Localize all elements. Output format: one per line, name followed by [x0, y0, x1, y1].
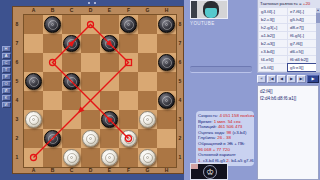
move-cell-1-b[interactable]: e7-f6[-] — [288, 8, 316, 15]
move-cell-2-w[interactable]: b2-c3[] — [259, 16, 287, 23]
move-cell-3-b[interactable]: d8-e7[] — [288, 24, 316, 31]
dock-letter-buttons: НАСТРОЙКИ — [1, 46, 11, 109]
difference-value: +20 — [303, 1, 310, 6]
black-man-e7[interactable] — [101, 35, 118, 52]
move-cell-5-b[interactable]: g7-f6[] — [288, 40, 316, 47]
engine-text: 96 068 + 77 720 — [198, 147, 230, 152]
file-label-bottom-E: E — [105, 168, 115, 173]
move-list-panel: Тактовая разность = +20 g3-f4[-]e7-f6[-]… — [257, 0, 320, 73]
engine-text: Обращений в ЭБ + ПБ: — [198, 141, 245, 146]
dock-button-Р[interactable]: Р — [2, 74, 11, 80]
square-h2[interactable] — [157, 129, 176, 148]
square-a7[interactable] — [24, 34, 43, 53]
square-d3[interactable] — [81, 110, 100, 129]
left-dock-toolbar: НАСТРОЙКИ — [0, 0, 12, 180]
move-cell-7-w[interactable]: f4-e5[] — [259, 56, 287, 63]
engine-text: c3-b4 f6-g5 — [203, 158, 226, 163]
rank-label-left-1: 1 — [12, 155, 22, 160]
dock-button-К[interactable]: К — [2, 95, 11, 101]
square-e4[interactable] — [100, 91, 119, 110]
nav-button-3[interactable]: ▶ — [287, 75, 296, 83]
square-f5[interactable] — [119, 72, 138, 91]
square-b7[interactable] — [43, 34, 62, 53]
black-man-a5[interactable] — [25, 73, 42, 90]
file-label-bottom-G: G — [143, 168, 153, 173]
rank-label-left-5: 5 — [12, 79, 22, 84]
file-label-bottom-F: F — [124, 168, 134, 173]
nav-button-4[interactable]: ▶| — [297, 75, 306, 83]
move-cell-5-w[interactable]: b2-a3[] — [259, 40, 287, 47]
square-e6[interactable] — [100, 53, 119, 72]
king-crown-icon: ♔ — [203, 165, 217, 179]
scroll-thumb[interactable] — [316, 13, 320, 23]
black-man-c7[interactable] — [63, 35, 80, 52]
square-f7[interactable] — [119, 34, 138, 53]
square-d7[interactable] — [81, 34, 100, 53]
engine-text: Основной вариант — [198, 152, 236, 157]
black-man-b2[interactable] — [44, 130, 61, 147]
move-cell-7-b[interactable]: f6:d4:b2[] — [288, 56, 316, 63]
square-g6[interactable] — [138, 53, 157, 72]
white-man-e1[interactable] — [101, 149, 118, 166]
dock-button-Н[interactable]: Н — [2, 46, 11, 52]
engine-text: Скорость: — [198, 113, 219, 118]
difference-label: Тактовая разность = — [260, 1, 303, 6]
square-c3[interactable] — [62, 110, 81, 129]
square-h3[interactable] — [157, 110, 176, 129]
move-cell-3-w[interactable]: h2-g3[+] — [259, 24, 287, 31]
title-dot-icon — [94, 2, 96, 4]
rank-label-left-2: 2 — [12, 136, 22, 141]
square-b3[interactable] — [43, 110, 62, 129]
file-label-bottom-D: D — [86, 168, 96, 173]
black-man-h6[interactable] — [158, 54, 175, 71]
square-g2[interactable] — [138, 129, 157, 148]
square-h7[interactable] — [157, 34, 176, 53]
square-b1[interactable] — [43, 148, 62, 167]
white-man-c1[interactable] — [63, 149, 80, 166]
dock-button-А[interactable]: А — [2, 53, 11, 59]
rank-label-right-6: 6 — [175, 60, 185, 65]
nav-button-1[interactable]: |◀ — [267, 75, 276, 83]
file-label-bottom-A: A — [29, 168, 39, 173]
move-cell-4-b[interactable]: f6-g5[-] — [288, 32, 316, 39]
square-f6[interactable] — [119, 53, 138, 72]
black-man-h8[interactable] — [158, 16, 175, 33]
file-label-top-D: D — [86, 8, 96, 13]
avatar-face-mask — [205, 8, 217, 18]
title-dot-icon — [88, 2, 90, 4]
dock-button-С[interactable]: С — [2, 60, 11, 66]
square-c2[interactable] — [62, 129, 81, 148]
square-d5[interactable] — [81, 72, 100, 91]
white-man-f2[interactable] — [120, 130, 137, 147]
engine-text: (c3-b4) — [232, 130, 246, 135]
square-a2[interactable] — [24, 129, 43, 148]
square-e5[interactable] — [100, 72, 119, 91]
move-cell-6-b[interactable]: d6-c5[] — [288, 48, 316, 55]
square-a8[interactable] — [24, 15, 43, 34]
square-d1[interactable] — [81, 148, 100, 167]
file-label-top-B: B — [48, 8, 58, 13]
nav-button-0[interactable]: « — [257, 75, 266, 83]
dock-button-Й[interactable]: Й — [2, 88, 11, 94]
scroll-up-icon[interactable]: ▲ — [316, 8, 320, 12]
move-cell-8-w[interactable]: e5-f4[] — [259, 64, 287, 71]
move-cell-6-w[interactable]: c3-b4[] — [259, 48, 287, 55]
square-e8[interactable] — [100, 15, 119, 34]
square-a1[interactable] — [24, 148, 43, 167]
white-man-g3[interactable] — [139, 111, 156, 128]
engine-text: Оценка хода: — [198, 130, 226, 135]
rank-label-right-8: 8 — [175, 22, 185, 27]
capture-variation-2[interactable]: f2:d4:b6:d8:f6:a1[] — [258, 94, 318, 102]
square-d4[interactable] — [81, 91, 100, 110]
top-player-avatar — [190, 0, 228, 19]
move-cell-4-w[interactable]: a1-b2[] — [259, 32, 287, 39]
file-label-bottom-H: H — [162, 168, 172, 173]
black-man-e3[interactable] — [101, 111, 118, 128]
square-d6[interactable] — [81, 53, 100, 72]
square-h1[interactable] — [157, 148, 176, 167]
dock-button-Т[interactable]: Т — [2, 67, 11, 73]
square-c6[interactable] — [62, 53, 81, 72]
move-cell-2-b[interactable]: g5-h4[] — [288, 16, 316, 23]
engine-text: Глубина: — [198, 135, 217, 140]
rank-label-left-3: 3 — [12, 117, 22, 122]
square-f3[interactable] — [119, 110, 138, 129]
move-cell-8-b[interactable]: g5:e3[] — [288, 64, 316, 71]
black-man-f8[interactable] — [120, 16, 137, 33]
avatar-corner — [191, 164, 198, 169]
black-man-b8[interactable] — [44, 16, 61, 33]
rank-label-right-7: 7 — [175, 41, 185, 46]
square-f1[interactable] — [119, 148, 138, 167]
engine-analysis-panel: Скорость: 4 051 158 поз/секВремя: 1 мин.… — [196, 111, 254, 166]
engine-text: 4 051 158 поз/сек — [219, 113, 254, 118]
avatar-background — [191, 1, 197, 19]
white-man-g1[interactable] — [139, 149, 156, 166]
file-label-top-A: A — [29, 8, 39, 13]
rank-label-left-7: 7 — [12, 41, 22, 46]
dock-button-И[interactable]: И — [2, 102, 11, 108]
square-g5[interactable] — [138, 72, 157, 91]
rank-label-right-5: 5 — [175, 79, 185, 84]
nav-buttons: «|◀◀▶▶|▶ — [257, 75, 319, 83]
engine-text: Время: — [198, 119, 214, 124]
file-label-top-C: C — [67, 8, 77, 13]
top-player-caption: YOUTUBE — [190, 21, 215, 26]
move-list-header: Тактовая разность = +20 — [258, 0, 320, 8]
bottom-strip — [12, 174, 184, 180]
rank-label-right-2: 2 — [175, 136, 185, 141]
square-e2[interactable] — [100, 129, 119, 148]
file-label-top-H: H — [162, 8, 172, 13]
draughts-board: AABBCCDDEEFFGGHH8877665544332211 — [12, 6, 184, 174]
engine-text: 26 - 38 — [217, 135, 231, 140]
white-man-a3[interactable] — [25, 111, 42, 128]
square-a6[interactable] — [24, 53, 43, 72]
bottom-player-avatar: ♔ — [190, 163, 228, 180]
rank-label-left-6: 6 — [12, 60, 22, 65]
square-c4[interactable] — [62, 91, 81, 110]
engine-text: 461 506 473 — [218, 124, 242, 129]
navigation-toolbar: «|◀◀▶▶|▶ — [257, 74, 320, 83]
square-h5[interactable] — [157, 72, 176, 91]
engine-text: 1 мин. 54 сек. — [214, 119, 242, 124]
black-man-h4[interactable] — [158, 92, 175, 109]
engine-text: Позиций: — [198, 124, 218, 129]
square-g7[interactable] — [138, 34, 157, 53]
square-f4[interactable] — [119, 91, 138, 110]
nav-button-2[interactable]: ◀ — [277, 75, 286, 83]
clock-groove — [190, 66, 252, 73]
square-c8[interactable] — [62, 15, 81, 34]
rank-label-right-3: 3 — [175, 117, 185, 122]
move-list-scrollbar[interactable]: ▲ — [316, 8, 320, 72]
square-g8[interactable] — [138, 15, 157, 34]
rank-label-right-4: 4 — [175, 98, 185, 103]
white-man-d2[interactable] — [82, 130, 99, 147]
black-man-c5[interactable] — [63, 73, 80, 90]
file-label-bottom-C: C — [67, 168, 77, 173]
file-label-top-F: F — [124, 8, 134, 13]
play-button[interactable]: ▶ — [307, 75, 319, 83]
square-b4[interactable] — [43, 91, 62, 110]
square-b5[interactable] — [43, 72, 62, 91]
checkers-app-window: НАСТРОЙКИ AABBCCDDEEFFGGHH88776655443322… — [0, 0, 320, 180]
square-d8[interactable] — [81, 15, 100, 34]
file-label-top-G: G — [143, 8, 153, 13]
rank-label-left-4: 4 — [12, 98, 22, 103]
capture-variations-panel: d2:f4[]f2:d4:b6:d8:f6:a1[] — [257, 85, 319, 180]
engine-text: b4-a5 g7-f6 — [231, 158, 254, 163]
file-label-bottom-B: B — [48, 168, 58, 173]
rank-label-left-8: 8 — [12, 22, 22, 27]
file-label-top-E: E — [105, 8, 115, 13]
move-cell-1-w[interactable]: g3-f4[-] — [259, 8, 287, 15]
capture-variation-1[interactable]: d2:f4[] — [258, 86, 318, 94]
square-g4[interactable] — [138, 91, 157, 110]
rank-label-right-1: 1 — [175, 155, 185, 160]
move-list-rows: g3-f4[-]e7-f6[-]b2-c3[]g5-h4[]h2-g3[+]d8… — [259, 8, 316, 72]
square-a4[interactable] — [24, 91, 43, 110]
square-b6[interactable] — [43, 53, 62, 72]
dock-button-О[interactable]: О — [2, 81, 11, 87]
